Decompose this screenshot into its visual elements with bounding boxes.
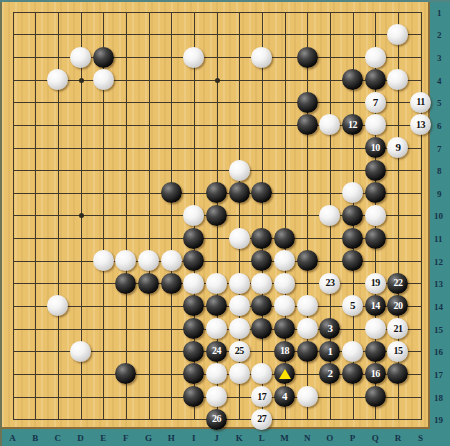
column-label: G [145,433,152,443]
column-label: B [32,433,38,443]
white-stone [342,341,363,362]
column-label: D [77,433,84,443]
white-stone [206,273,227,294]
star-point [215,78,220,83]
column-label: N [304,433,311,443]
black-stone: 2 [319,363,340,384]
black-stone [365,341,386,362]
white-stone: 5 [342,295,363,316]
white-stone [183,47,204,68]
black-stone [297,341,318,362]
black-stone [251,295,272,316]
row-label: 10 [434,211,443,221]
black-stone [115,363,136,384]
row-label: 9 [437,189,442,199]
white-stone [365,205,386,226]
move-number-label: 15 [393,346,402,356]
black-stone [365,228,386,249]
column-label: O [326,433,333,443]
white-stone [70,47,91,68]
black-stone [274,318,295,339]
row-label: 11 [434,234,443,244]
move-number-label: 10 [371,143,380,153]
black-stone [206,205,227,226]
move-number-label: 27 [257,414,266,424]
column-label: E [100,433,106,443]
column-label: J [214,433,219,443]
white-stone [365,47,386,68]
move-number-label: 26 [212,414,221,424]
move-number-label: 5 [350,300,355,311]
black-stone: 12 [342,114,363,135]
black-stone: 16 [365,363,386,384]
white-stone [274,250,295,271]
black-stone [183,295,204,316]
move-number-label: 16 [371,369,380,379]
column-label: S [418,433,423,443]
white-stone [297,318,318,339]
black-stone [183,386,204,407]
white-stone [206,318,227,339]
white-stone [93,69,114,90]
black-stone [365,69,386,90]
black-stone [297,114,318,135]
white-stone [183,273,204,294]
move-number-label: 7 [373,97,378,108]
black-stone: 10 [365,137,386,158]
white-stone: 15 [387,341,408,362]
black-stone [342,250,363,271]
move-number-label: 2 [327,368,332,379]
white-stone: 17 [251,386,272,407]
black-stone [115,273,136,294]
move-number-label: 14 [371,301,380,311]
black-stone [342,205,363,226]
move-number-label: 12 [348,120,357,130]
black-stone [251,182,272,203]
white-stone [47,295,68,316]
white-stone: 19 [365,273,386,294]
black-stone [342,69,363,90]
black-stone [138,273,159,294]
white-stone [274,273,295,294]
move-number-label: 18 [280,346,289,356]
move-number-label: 24 [212,346,221,356]
white-stone [365,318,386,339]
black-stone: 18 [274,341,295,362]
black-stone: 14 [365,295,386,316]
column-label: A [9,433,16,443]
white-stone [229,363,250,384]
move-number-label: 11 [416,97,424,107]
star-point [79,78,84,83]
board-layer: 7111213109231922514203212425181152161742… [0,0,450,446]
row-label: 2 [437,30,442,40]
black-stone [206,182,227,203]
move-number-label: 4 [282,391,287,402]
black-stone [274,228,295,249]
move-number-label: 22 [393,278,402,288]
white-stone [183,205,204,226]
black-stone: 1 [319,341,340,362]
row-label: 6 [437,121,442,131]
white-stone: 23 [319,273,340,294]
column-label: F [123,433,129,443]
row-label: 1 [437,8,442,18]
black-stone [161,273,182,294]
column-label: H [168,433,175,443]
white-stone [387,24,408,45]
white-stone [206,363,227,384]
black-stone: 4 [274,386,295,407]
go-app-window: 7111213109231922514203212425181152161742… [0,0,450,446]
white-stone [365,114,386,135]
move-number-label: 13 [416,120,425,130]
white-stone [70,341,91,362]
white-stone: 7 [365,92,386,113]
grid-line-v [421,12,422,420]
column-label: L [259,433,265,443]
white-stone: 27 [251,409,272,430]
black-stone [183,318,204,339]
column-label: I [192,433,196,443]
move-number-label: 20 [393,301,402,311]
white-stone [387,69,408,90]
row-label: 17 [434,370,443,380]
black-stone [183,363,204,384]
black-stone [297,47,318,68]
white-stone [319,114,340,135]
white-stone [161,250,182,271]
star-point [79,213,84,218]
black-stone: 20 [387,295,408,316]
column-label: Q [372,433,379,443]
white-stone [229,318,250,339]
move-number-label: 19 [371,278,380,288]
triangle-marker [279,369,291,379]
black-stone [365,160,386,181]
column-label: M [280,433,289,443]
black-stone: 26 [206,409,227,430]
row-label: 5 [437,98,442,108]
white-stone [206,386,227,407]
row-label: 16 [434,347,443,357]
black-stone [342,363,363,384]
black-stone: 22 [387,273,408,294]
black-stone [183,228,204,249]
black-stone [183,250,204,271]
white-stone [251,273,272,294]
move-number-label: 21 [393,324,402,334]
white-stone [229,273,250,294]
black-stone [274,363,295,384]
row-label: 13 [434,279,443,289]
black-stone [251,250,272,271]
move-number-label: 23 [325,278,334,288]
row-label: 8 [437,166,442,176]
white-stone [297,386,318,407]
white-stone [229,228,250,249]
row-label: 14 [434,302,443,312]
black-stone [93,47,114,68]
black-stone [251,228,272,249]
black-stone [251,318,272,339]
black-stone [365,182,386,203]
white-stone [93,250,114,271]
black-stone [387,363,408,384]
white-stone [319,205,340,226]
row-label: 7 [437,144,442,154]
black-stone: 24 [206,341,227,362]
row-label: 3 [437,53,442,63]
white-stone: 25 [229,341,250,362]
white-stone [342,182,363,203]
column-label: P [350,433,356,443]
black-stone [297,92,318,113]
move-number-label: 3 [327,323,332,334]
move-number-label: 1 [327,346,332,357]
column-label: C [55,433,62,443]
white-stone: 9 [387,137,408,158]
move-number-label: 9 [395,142,400,153]
grid-line-v [262,12,263,420]
row-label: 12 [434,257,443,267]
row-label: 4 [437,76,442,86]
white-stone [297,295,318,316]
white-stone [251,363,272,384]
white-stone [251,47,272,68]
black-stone [183,341,204,362]
column-label: K [236,433,243,443]
white-stone [138,250,159,271]
row-label: 15 [434,325,443,335]
black-stone [365,386,386,407]
black-stone [297,250,318,271]
black-stone: 3 [319,318,340,339]
black-stone [229,182,250,203]
white-stone [47,69,68,90]
black-stone [161,182,182,203]
move-number-label: 25 [235,346,244,356]
white-stone [274,295,295,316]
row-label: 18 [434,393,443,403]
white-stone [229,295,250,316]
white-stone: 11 [410,92,431,113]
black-stone [206,295,227,316]
white-stone [115,250,136,271]
white-stone: 21 [387,318,408,339]
white-stone [229,160,250,181]
white-stone: 13 [410,114,431,135]
row-label: 19 [434,415,443,425]
move-number-label: 17 [257,392,266,402]
black-stone [342,228,363,249]
column-label: R [395,433,402,443]
